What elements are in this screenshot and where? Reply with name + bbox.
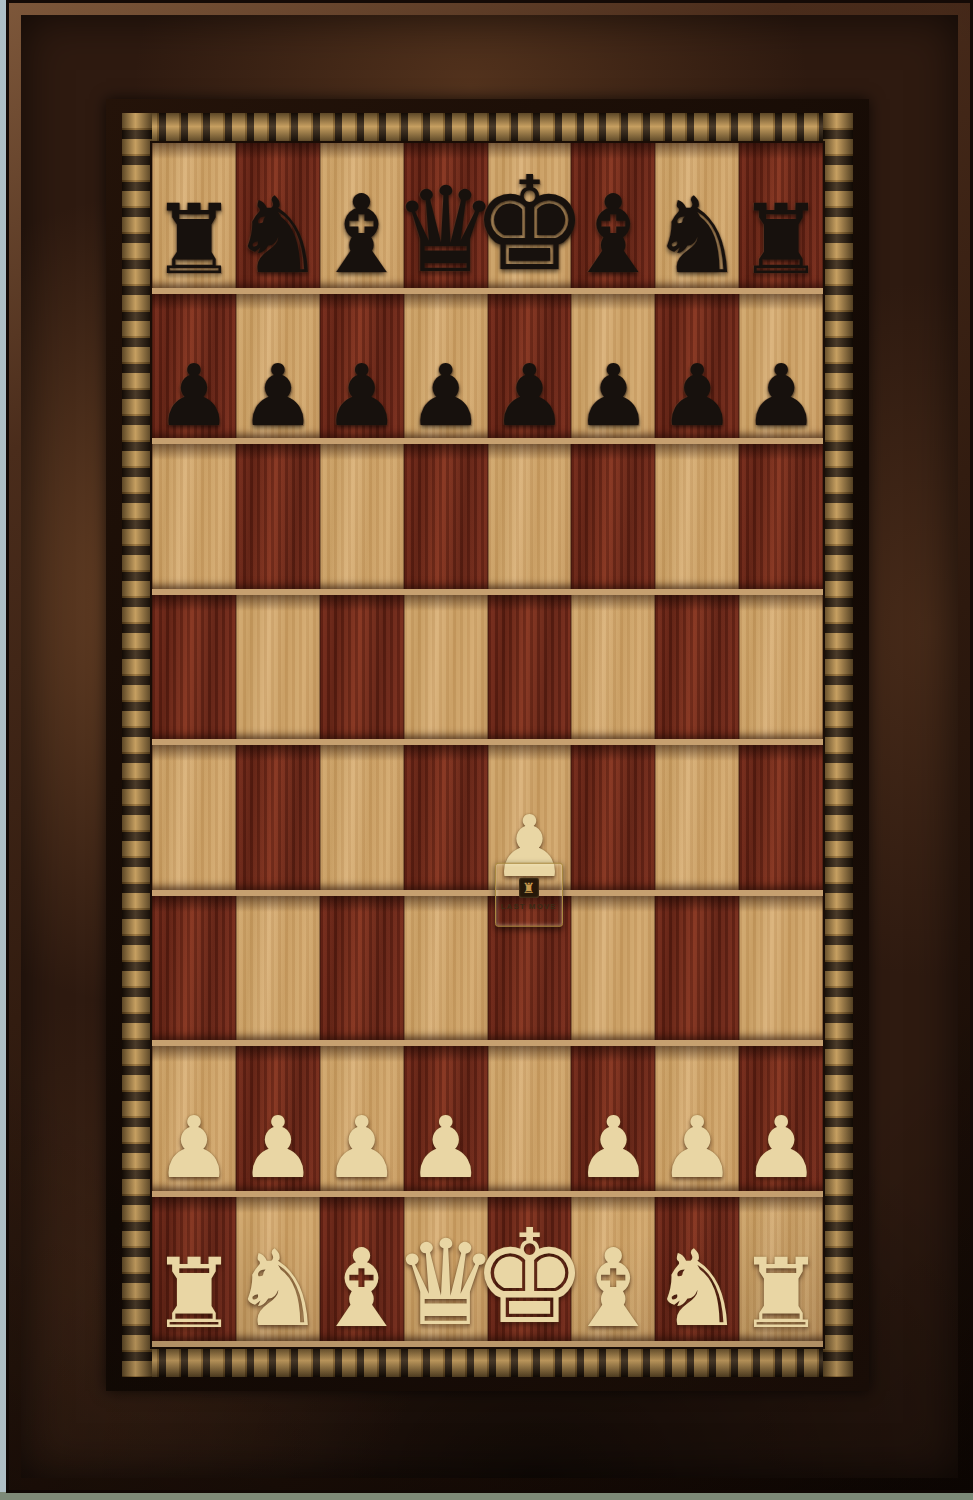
square-e2[interactable] (488, 1046, 572, 1197)
square-d7[interactable]: ♟ (404, 294, 488, 445)
square-e5[interactable] (488, 595, 572, 746)
square-g4[interactable] (655, 745, 739, 896)
square-b1[interactable]: ♞ (236, 1197, 320, 1348)
piece-white-pawn-g2[interactable]: ♟ (659, 1109, 735, 1187)
square-e8[interactable]: ♚ (488, 143, 572, 294)
piece-black-knight-g8[interactable]: ♞ (650, 188, 744, 285)
square-a5[interactable] (152, 595, 236, 746)
square-c2[interactable]: ♟ (320, 1046, 404, 1197)
photo-scene: ♜♞♝♛♚♝♞♜♟♟♟♟♟♟♟♟♟♟♟♟♟♟♟♟♜♞♝♛♚♝♞♜ ♜ LAST … (0, 0, 973, 1500)
square-a3[interactable] (152, 896, 236, 1047)
square-f7[interactable]: ♟ (571, 294, 655, 445)
square-g5[interactable] (655, 595, 739, 746)
square-d6[interactable] (404, 444, 488, 595)
square-d2[interactable]: ♟ (404, 1046, 488, 1197)
square-c3[interactable] (320, 896, 404, 1047)
square-e7[interactable]: ♟ (488, 294, 572, 445)
piece-white-pawn-a2[interactable]: ♟ (156, 1109, 232, 1187)
piece-white-knight-b1[interactable]: ♞ (231, 1241, 325, 1338)
square-b5[interactable] (236, 595, 320, 746)
square-b4[interactable] (236, 745, 320, 896)
square-f4[interactable] (571, 745, 655, 896)
square-f3[interactable] (571, 896, 655, 1047)
square-g3[interactable] (655, 896, 739, 1047)
piece-black-pawn-c7[interactable]: ♟ (324, 357, 400, 435)
square-b6[interactable] (236, 444, 320, 595)
rook-logo-glyph: ♜ (522, 881, 535, 895)
square-a1[interactable]: ♜ (152, 1197, 236, 1348)
square-b2[interactable]: ♟ (236, 1046, 320, 1197)
square-e1[interactable]: ♚ (488, 1197, 572, 1348)
piece-white-pawn-c2[interactable]: ♟ (324, 1109, 400, 1187)
square-h6[interactable] (739, 444, 823, 595)
square-a8[interactable]: ♜ (152, 143, 236, 294)
piece-black-rook-h8[interactable]: ♜ (738, 196, 824, 284)
square-d5[interactable] (404, 595, 488, 746)
piece-black-pawn-e7[interactable]: ♟ (491, 357, 567, 435)
piece-black-rook-a8[interactable]: ♜ (151, 196, 237, 284)
square-g7[interactable]: ♟ (655, 294, 739, 445)
piece-black-pawn-a7[interactable]: ♟ (156, 357, 232, 435)
chess-board: ♜♞♝♛♚♝♞♜♟♟♟♟♟♟♟♟♟♟♟♟♟♟♟♟♜♞♝♛♚♝♞♜ (152, 143, 823, 1347)
piece-black-pawn-h7[interactable]: ♟ (743, 357, 819, 435)
square-h8[interactable]: ♜ (739, 143, 823, 294)
piece-black-pawn-f7[interactable]: ♟ (575, 357, 651, 435)
last-move-marker: ♜ LAST MOVE (495, 862, 563, 926)
square-h5[interactable] (739, 595, 823, 746)
piece-black-pawn-d7[interactable]: ♟ (407, 357, 483, 435)
square-f6[interactable] (571, 444, 655, 595)
frame-gold-trim-top (122, 113, 853, 143)
square-b7[interactable]: ♟ (236, 294, 320, 445)
piece-white-bishop-f1[interactable]: ♝ (565, 1239, 662, 1338)
square-b3[interactable] (236, 896, 320, 1047)
square-c6[interactable] (320, 444, 404, 595)
square-h4[interactable] (739, 745, 823, 896)
square-f2[interactable]: ♟ (571, 1046, 655, 1197)
piece-white-pawn-f2[interactable]: ♟ (575, 1109, 651, 1187)
square-a2[interactable]: ♟ (152, 1046, 236, 1197)
square-f5[interactable] (571, 595, 655, 746)
piece-black-bishop-f8[interactable]: ♝ (565, 185, 662, 284)
last-move-label: LAST MOVE (501, 902, 557, 911)
piece-black-pawn-g7[interactable]: ♟ (659, 357, 735, 435)
frame-gold-trim-left (122, 113, 152, 1377)
square-a6[interactable] (152, 444, 236, 595)
piece-black-pawn-b7[interactable]: ♟ (240, 357, 316, 435)
square-h2[interactable]: ♟ (739, 1046, 823, 1197)
square-h7[interactable]: ♟ (739, 294, 823, 445)
piece-white-pawn-b2[interactable]: ♟ (240, 1109, 316, 1187)
piece-white-rook-h1[interactable]: ♜ (738, 1250, 824, 1338)
square-g6[interactable] (655, 444, 739, 595)
square-c7[interactable]: ♟ (320, 294, 404, 445)
frame-gold-trim-right (823, 113, 853, 1377)
piece-white-knight-g1[interactable]: ♞ (650, 1241, 744, 1338)
square-g8[interactable]: ♞ (655, 143, 739, 294)
square-c5[interactable] (320, 595, 404, 746)
piece-white-pawn-d2[interactable]: ♟ (407, 1109, 483, 1187)
square-a4[interactable] (152, 745, 236, 896)
square-b8[interactable]: ♞ (236, 143, 320, 294)
picture-frame: ♜♞♝♛♚♝♞♜♟♟♟♟♟♟♟♟♟♟♟♟♟♟♟♟♜♞♝♛♚♝♞♜ ♜ LAST … (6, 0, 973, 1493)
square-c8[interactable]: ♝ (320, 143, 404, 294)
square-c4[interactable] (320, 745, 404, 896)
piece-white-rook-a1[interactable]: ♜ (151, 1250, 237, 1338)
square-e6[interactable] (488, 444, 572, 595)
square-d3[interactable] (404, 896, 488, 1047)
square-h1[interactable]: ♜ (739, 1197, 823, 1348)
square-g2[interactable]: ♟ (655, 1046, 739, 1197)
square-a7[interactable]: ♟ (152, 294, 236, 445)
square-c1[interactable]: ♝ (320, 1197, 404, 1348)
square-d4[interactable] (404, 745, 488, 896)
piece-white-pawn-h2[interactable]: ♟ (743, 1109, 819, 1187)
wall-background (0, 1492, 973, 1500)
piece-black-knight-b8[interactable]: ♞ (231, 188, 325, 285)
square-h3[interactable] (739, 896, 823, 1047)
last-move-logo-icon: ♜ (519, 878, 539, 898)
square-g1[interactable]: ♞ (655, 1197, 739, 1348)
